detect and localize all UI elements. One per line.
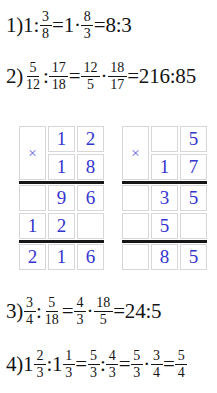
grid-cell: 9 [48,185,75,211]
grid-factors-section: ×1218 [19,126,104,180]
multiply-sign-cell: × [122,126,149,180]
equation-4: 4)123:113=53:43=53·34=54 [6,348,188,380]
equation-text: · [143,354,150,375]
grid-cell [122,244,149,270]
fraction: 185 [94,295,113,327]
equation-text: 2) [6,66,23,87]
equation-3: 3)34:518=43·185=24:5 [6,295,161,327]
fraction-denominator: 3 [63,365,75,381]
fraction-numerator: 3 [40,9,52,26]
fraction-denominator: 3 [106,365,118,381]
equation-1: 1)1:38=1·83=8:3 [6,9,132,41]
equation-text: = [119,354,131,375]
grid-cell: 5 [151,213,178,239]
fraction: 23 [34,348,46,380]
fraction-denominator: 18 [42,312,61,328]
equation-text: 3) [6,301,23,322]
grid-cell: 2 [19,244,46,270]
fraction-denominator: 3 [81,26,93,42]
fraction: 1817 [108,60,127,92]
grid-cell: 2 [77,126,104,152]
equation-text: 1)1: [6,15,39,36]
grid-cell: 8 [77,154,104,180]
multiplication-grids: ×12189612216 ×51735585 [19,126,207,270]
equation-2: 2)512:1718=125·1817=216:85 [6,60,196,92]
grid-cell: 5 [180,244,207,270]
fraction-numerator: 18 [94,295,113,312]
equation-text: : [43,66,49,87]
equation-text: =8:3 [94,15,132,36]
fraction-denominator: 4 [175,365,187,381]
fraction: 83 [81,9,93,41]
grid-cell: 1 [151,154,178,180]
fraction-numerator: 2 [34,348,46,365]
equation-text: = [163,354,175,375]
grid-partial-products-section: 9612 [19,185,104,239]
equation-text: :1 [46,354,62,375]
fraction-numerator: 5 [46,295,58,312]
fraction: 54 [175,348,187,380]
grid-cell: 2 [48,213,75,239]
fraction: 53 [131,348,143,380]
fraction-denominator: 18 [49,77,68,93]
grid-cell: 3 [151,185,178,211]
grid-cell [122,185,149,211]
math-worksheet: 1)1:38=1·83=8:3 2)512:1718=125·1817=216:… [0,0,217,393]
multiply-sign-cell: × [19,126,46,180]
equation-text: · [100,66,107,87]
equation-text: = [62,301,74,322]
equation-text: =24:5 [113,301,161,322]
fraction-numerator: 5 [131,348,143,365]
fraction: 13 [63,348,75,380]
fraction-numerator: 8 [81,9,93,26]
sum-rule [122,240,207,243]
grid-result-section: 216 [19,244,104,270]
fraction-numerator: 5 [175,348,187,365]
fraction-denominator: 17 [108,77,127,93]
grid-partial-products-section: 355 [122,185,207,239]
equation-text: =1· [52,15,81,36]
fraction: 34 [24,295,36,327]
fraction-numerator: 1 [63,348,75,365]
grid-cell: 6 [77,244,104,270]
equation-text: : [36,301,42,322]
equation-text: =216:85 [127,66,196,87]
grid-factors-section: ×517 [122,126,207,180]
fraction-numerator: 5 [27,60,39,77]
grid-cell: 5 [180,126,207,152]
grid-cell: 6 [77,185,104,211]
grid-cell [151,126,178,152]
fraction: 34 [151,348,163,380]
grid-cell: 8 [151,244,178,270]
fraction-denominator: 4 [24,312,36,328]
sum-rule [19,240,104,243]
grid-cell: 5 [180,185,207,211]
sum-rule [122,181,207,184]
fraction-numerator: 17 [49,60,68,77]
equation-text: 4)1 [6,354,33,375]
fraction-numerator: 3 [24,295,36,312]
grid-cell: 1 [48,126,75,152]
fraction: 1718 [49,60,68,92]
multiplication-grid-12x18: ×12189612216 [19,126,104,270]
equation-text: : [100,354,106,375]
equation-text: = [69,66,81,87]
fraction: 43 [74,295,86,327]
fraction-numerator: 3 [151,348,163,365]
sum-rule [19,181,104,184]
equation-text: = [75,354,87,375]
grid-cell: 1 [48,154,75,180]
grid-cell [19,185,46,211]
fraction: 125 [81,60,100,92]
fraction: 53 [88,348,100,380]
grid-cell [180,213,207,239]
fraction-denominator: 12 [24,77,43,93]
equation-text: · [86,301,93,322]
grid-cell: 1 [19,213,46,239]
grid-cell: 1 [48,244,75,270]
grid-result-section: 85 [122,244,207,270]
grid-cell [122,213,149,239]
fraction-denominator: 5 [97,312,109,328]
fraction-numerator: 12 [81,60,100,77]
fraction-denominator: 3 [131,365,143,381]
fraction-denominator: 8 [40,26,52,42]
fraction: 512 [24,60,43,92]
fraction-denominator: 3 [34,365,46,381]
fraction-numerator: 4 [106,348,118,365]
fraction-denominator: 3 [74,312,86,328]
fraction-numerator: 5 [88,348,100,365]
grid-cell: 7 [180,154,207,180]
grid-cell [77,213,104,239]
fraction-denominator: 4 [151,365,163,381]
fraction-numerator: 18 [108,60,127,77]
multiplication-grid-5x17: ×51735585 [122,126,207,270]
fraction: 518 [42,295,61,327]
fraction: 43 [106,348,118,380]
fraction-denominator: 3 [88,365,100,381]
fraction: 38 [40,9,52,41]
fraction-denominator: 5 [84,77,96,93]
fraction-numerator: 4 [74,295,86,312]
